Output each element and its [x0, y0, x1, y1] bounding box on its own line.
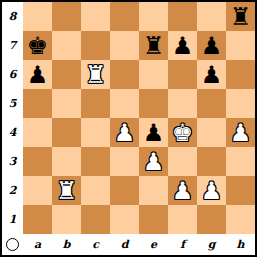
square-d3[interactable] — [110, 147, 139, 176]
square-f8[interactable] — [168, 2, 197, 31]
rank-label-1: 1 — [2, 205, 23, 234]
white-rook-b2[interactable]: ♜ — [52, 176, 81, 205]
black-pawn-g7[interactable]: ♟ — [197, 31, 226, 60]
square-g3[interactable] — [197, 147, 226, 176]
square-c2[interactable] — [81, 176, 110, 205]
square-g8[interactable] — [197, 2, 226, 31]
file-label-d: d — [110, 234, 139, 255]
square-d7[interactable] — [110, 31, 139, 60]
white-to-move-indicator — [6, 238, 19, 251]
rank-label-4: 4 — [2, 118, 23, 147]
black-pawn-e4[interactable]: ♟ — [139, 118, 168, 147]
square-f6[interactable] — [168, 60, 197, 89]
square-a1[interactable] — [23, 205, 52, 234]
square-b2[interactable]: ♜ — [52, 176, 81, 205]
square-a5[interactable] — [23, 89, 52, 118]
white-pawn-d4[interactable]: ♟ — [110, 118, 139, 147]
square-h3[interactable] — [226, 147, 255, 176]
square-a6[interactable]: ♟ — [23, 60, 52, 89]
square-h8[interactable]: ♜ — [226, 2, 255, 31]
square-d5[interactable] — [110, 89, 139, 118]
square-f3[interactable] — [168, 147, 197, 176]
rank-label-7: 7 — [2, 31, 23, 60]
square-e2[interactable] — [139, 176, 168, 205]
file-label-c: c — [81, 234, 110, 255]
square-g6[interactable]: ♟ — [197, 60, 226, 89]
file-label-g: g — [197, 234, 226, 255]
rank-labels: 87654321 — [2, 2, 23, 234]
square-h7[interactable] — [226, 31, 255, 60]
square-b1[interactable] — [52, 205, 81, 234]
chess-diagram: 87654321 ♜♚♜♟♟♟♜♟♟♟♚♟♟♜♟♟ abcdefgh — [0, 0, 257, 257]
white-rook-c6[interactable]: ♜ — [81, 60, 110, 89]
white-pawn-h4[interactable]: ♟ — [226, 118, 255, 147]
square-e7[interactable]: ♜ — [139, 31, 168, 60]
square-e6[interactable] — [139, 60, 168, 89]
black-pawn-a6[interactable]: ♟ — [23, 60, 52, 89]
square-g1[interactable] — [197, 205, 226, 234]
file-label-e: e — [139, 234, 168, 255]
square-g2[interactable]: ♟ — [197, 176, 226, 205]
square-h4[interactable]: ♟ — [226, 118, 255, 147]
chess-board: ♜♚♜♟♟♟♜♟♟♟♚♟♟♜♟♟ — [23, 2, 255, 234]
white-pawn-g2[interactable]: ♟ — [197, 176, 226, 205]
file-labels: abcdefgh — [23, 234, 255, 255]
square-c6[interactable]: ♜ — [81, 60, 110, 89]
square-c4[interactable] — [81, 118, 110, 147]
square-c5[interactable] — [81, 89, 110, 118]
square-d8[interactable] — [110, 2, 139, 31]
square-f1[interactable] — [168, 205, 197, 234]
square-g4[interactable] — [197, 118, 226, 147]
square-h1[interactable] — [226, 205, 255, 234]
square-f7[interactable]: ♟ — [168, 31, 197, 60]
file-label-a: a — [23, 234, 52, 255]
square-e8[interactable] — [139, 2, 168, 31]
square-e3[interactable]: ♟ — [139, 147, 168, 176]
square-a7[interactable]: ♚ — [23, 31, 52, 60]
square-g7[interactable]: ♟ — [197, 31, 226, 60]
rank-label-2: 2 — [2, 176, 23, 205]
square-h2[interactable] — [226, 176, 255, 205]
square-d6[interactable] — [110, 60, 139, 89]
square-d2[interactable] — [110, 176, 139, 205]
square-b6[interactable] — [52, 60, 81, 89]
square-h5[interactable] — [226, 89, 255, 118]
square-e1[interactable] — [139, 205, 168, 234]
black-king-a7[interactable]: ♚ — [23, 31, 52, 60]
square-b8[interactable] — [52, 2, 81, 31]
square-c8[interactable] — [81, 2, 110, 31]
white-pawn-f2[interactable]: ♟ — [168, 176, 197, 205]
square-d1[interactable] — [110, 205, 139, 234]
square-a3[interactable] — [23, 147, 52, 176]
rank-label-3: 3 — [2, 147, 23, 176]
rank-label-5: 5 — [2, 89, 23, 118]
rank-label-8: 8 — [2, 2, 23, 31]
square-g5[interactable] — [197, 89, 226, 118]
square-a4[interactable] — [23, 118, 52, 147]
square-h6[interactable] — [226, 60, 255, 89]
white-king-f4[interactable]: ♚ — [168, 118, 197, 147]
square-f5[interactable] — [168, 89, 197, 118]
square-c3[interactable] — [81, 147, 110, 176]
white-pawn-e3[interactable]: ♟ — [139, 147, 168, 176]
square-f2[interactable]: ♟ — [168, 176, 197, 205]
square-e4[interactable]: ♟ — [139, 118, 168, 147]
square-b7[interactable] — [52, 31, 81, 60]
black-rook-h8[interactable]: ♜ — [226, 2, 255, 31]
black-rook-e7[interactable]: ♜ — [139, 31, 168, 60]
rank-label-6: 6 — [2, 60, 23, 89]
square-e5[interactable] — [139, 89, 168, 118]
square-a2[interactable] — [23, 176, 52, 205]
square-d4[interactable]: ♟ — [110, 118, 139, 147]
file-label-h: h — [226, 234, 255, 255]
square-b3[interactable] — [52, 147, 81, 176]
black-pawn-g6[interactable]: ♟ — [197, 60, 226, 89]
square-f4[interactable]: ♚ — [168, 118, 197, 147]
square-b4[interactable] — [52, 118, 81, 147]
file-label-b: b — [52, 234, 81, 255]
square-c1[interactable] — [81, 205, 110, 234]
file-label-f: f — [168, 234, 197, 255]
square-b5[interactable] — [52, 89, 81, 118]
square-c7[interactable] — [81, 31, 110, 60]
black-pawn-f7[interactable]: ♟ — [168, 31, 197, 60]
turn-indicator-corner — [2, 234, 23, 255]
square-a8[interactable] — [23, 2, 52, 31]
